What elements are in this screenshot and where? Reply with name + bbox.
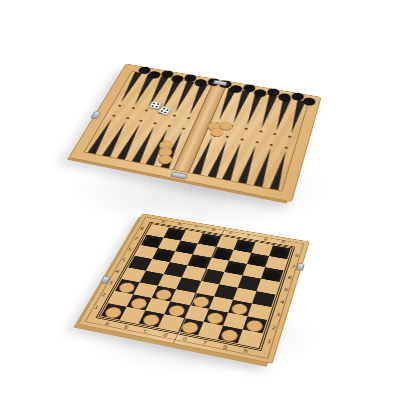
peg-hole <box>112 114 116 116</box>
hinge-icon <box>170 171 188 179</box>
peg-hole <box>181 127 185 129</box>
peg-hole <box>131 107 135 109</box>
clasp-icon <box>296 263 305 271</box>
backgammon-checker-black: ● <box>170 73 185 82</box>
backgammon-point <box>269 151 289 190</box>
peg-hole <box>186 117 190 119</box>
peg-hole <box>288 135 292 137</box>
backgammon-checker-black: ● <box>301 96 316 106</box>
clasp-icon <box>90 111 101 119</box>
peg-hole <box>126 117 130 119</box>
backgammon-checker-wood: ● <box>209 126 225 137</box>
peg-hole <box>285 146 289 149</box>
peg-hole <box>240 138 244 140</box>
board-frame: ●●●●●●●●●●●●●●●●●●●●●●●● <box>96 222 296 351</box>
peg-hole <box>255 141 259 143</box>
square-h1 <box>238 329 263 347</box>
peg-hole <box>270 144 274 147</box>
backgammon-checker-black: ● <box>277 92 292 102</box>
peg-hole <box>153 122 157 124</box>
peg-hole <box>273 133 277 135</box>
peg-hole <box>167 125 171 127</box>
backgammon-checker-black: ● <box>193 77 208 87</box>
backgammon-checker-black: ● <box>228 83 243 93</box>
peg-hole <box>139 120 143 122</box>
peg-hole <box>244 128 248 130</box>
backgammon-checker-black: ● <box>147 70 163 79</box>
peg-hole <box>118 104 122 106</box>
peg-hole <box>259 130 263 132</box>
backgammon-checker-black: ● <box>252 88 267 98</box>
backgammon-checker-wood: ● <box>156 153 173 165</box>
